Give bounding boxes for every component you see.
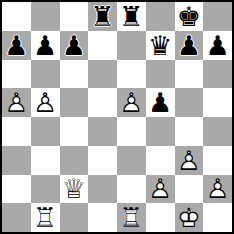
square-b6[interactable] xyxy=(31,60,60,89)
square-b4[interactable] xyxy=(31,117,60,146)
square-e7[interactable] xyxy=(117,31,146,60)
white-pawn-h2: ♟♙ xyxy=(206,175,230,202)
square-b7[interactable]: ♟ xyxy=(31,31,60,60)
square-d8[interactable]: ♜ xyxy=(88,2,117,31)
piece-outline: ♕ xyxy=(62,175,86,204)
square-a4[interactable] xyxy=(2,117,31,146)
square-b8[interactable] xyxy=(31,2,60,31)
square-b5[interactable]: ♟♙ xyxy=(31,88,60,117)
square-a1[interactable] xyxy=(2,203,31,232)
square-c6[interactable] xyxy=(60,60,89,89)
square-g6[interactable] xyxy=(175,60,204,89)
piece-outline: ♙ xyxy=(4,88,28,117)
piece-outline: ♙ xyxy=(148,175,172,204)
square-h4[interactable] xyxy=(203,117,232,146)
black-pawn-h7: ♟ xyxy=(206,32,230,59)
square-g3[interactable]: ♟♙ xyxy=(175,146,204,175)
piece-outline: ♔ xyxy=(177,203,201,232)
square-a5[interactable]: ♟♙ xyxy=(2,88,31,117)
square-b2[interactable] xyxy=(31,175,60,204)
square-c4[interactable] xyxy=(60,117,89,146)
black-pawn-a7: ♟ xyxy=(4,32,28,59)
square-d1[interactable] xyxy=(88,203,117,232)
square-f6[interactable] xyxy=(146,60,175,89)
square-c5[interactable] xyxy=(60,88,89,117)
black-pawn-b7: ♟ xyxy=(33,32,57,59)
black-pawn-f5: ♟ xyxy=(148,89,172,116)
square-e3[interactable] xyxy=(117,146,146,175)
square-c3[interactable] xyxy=(60,146,89,175)
square-e1[interactable]: ♜♖ xyxy=(117,203,146,232)
white-rook-e1: ♜♖ xyxy=(119,204,143,231)
square-c1[interactable] xyxy=(60,203,89,232)
square-e2[interactable] xyxy=(117,175,146,204)
square-g7[interactable]: ♟ xyxy=(175,31,204,60)
piece-outline: ♙ xyxy=(33,88,57,117)
square-b1[interactable]: ♜♖ xyxy=(31,203,60,232)
square-g1[interactable]: ♚♔ xyxy=(175,203,204,232)
square-a7[interactable]: ♟ xyxy=(2,31,31,60)
square-d7[interactable] xyxy=(88,31,117,60)
white-king-g1: ♚♔ xyxy=(177,204,201,231)
square-e4[interactable] xyxy=(117,117,146,146)
square-h2[interactable]: ♟♙ xyxy=(203,175,232,204)
square-d3[interactable] xyxy=(88,146,117,175)
square-c7[interactable]: ♟ xyxy=(60,31,89,60)
piece-outline: ♙ xyxy=(119,88,143,117)
square-e8[interactable]: ♜ xyxy=(117,2,146,31)
white-pawn-f2: ♟♙ xyxy=(148,175,172,202)
black-rook-e8: ♜ xyxy=(119,3,143,30)
black-pawn-c7: ♟ xyxy=(62,32,86,59)
square-f7[interactable]: ♛ xyxy=(146,31,175,60)
square-d6[interactable] xyxy=(88,60,117,89)
square-g4[interactable] xyxy=(175,117,204,146)
square-e6[interactable] xyxy=(117,60,146,89)
square-d5[interactable] xyxy=(88,88,117,117)
white-pawn-g3: ♟♙ xyxy=(177,147,201,174)
square-a6[interactable] xyxy=(2,60,31,89)
square-g8[interactable]: ♚ xyxy=(175,2,204,31)
square-g2[interactable] xyxy=(175,175,204,204)
piece-outline: ♙ xyxy=(206,175,230,204)
square-f1[interactable] xyxy=(146,203,175,232)
square-h5[interactable] xyxy=(203,88,232,117)
chess-board: ♜♜♚♟♟♟♛♟♟♟♙♟♙♟♙♟♟♙♛♕♟♙♟♙♜♖♜♖♚♔ xyxy=(0,0,234,234)
white-pawn-a5: ♟♙ xyxy=(4,89,28,116)
square-f3[interactable] xyxy=(146,146,175,175)
white-pawn-e5: ♟♙ xyxy=(119,89,143,116)
square-c8[interactable] xyxy=(60,2,89,31)
square-d2[interactable] xyxy=(88,175,117,204)
black-queen-f7: ♛ xyxy=(148,32,172,59)
black-rook-d8: ♜ xyxy=(91,3,115,30)
square-f5[interactable]: ♟ xyxy=(146,88,175,117)
square-g5[interactable] xyxy=(175,88,204,117)
square-e5[interactable]: ♟♙ xyxy=(117,88,146,117)
square-f8[interactable] xyxy=(146,2,175,31)
square-b3[interactable] xyxy=(31,146,60,175)
square-f4[interactable] xyxy=(146,117,175,146)
black-pawn-g7: ♟ xyxy=(177,32,201,59)
square-a2[interactable] xyxy=(2,175,31,204)
square-f2[interactable]: ♟♙ xyxy=(146,175,175,204)
black-king-g8: ♚ xyxy=(177,3,201,30)
square-h8[interactable] xyxy=(203,2,232,31)
white-pawn-b5: ♟♙ xyxy=(33,89,57,116)
piece-outline: ♖ xyxy=(33,203,57,232)
piece-outline: ♙ xyxy=(177,146,201,175)
white-queen-c2: ♛♕ xyxy=(62,175,86,202)
white-rook-b1: ♜♖ xyxy=(33,204,57,231)
square-h1[interactable] xyxy=(203,203,232,232)
piece-outline: ♖ xyxy=(119,203,143,232)
square-h6[interactable] xyxy=(203,60,232,89)
square-a8[interactable] xyxy=(2,2,31,31)
square-d4[interactable] xyxy=(88,117,117,146)
square-h3[interactable] xyxy=(203,146,232,175)
square-c2[interactable]: ♛♕ xyxy=(60,175,89,204)
square-a3[interactable] xyxy=(2,146,31,175)
square-h7[interactable]: ♟ xyxy=(203,31,232,60)
